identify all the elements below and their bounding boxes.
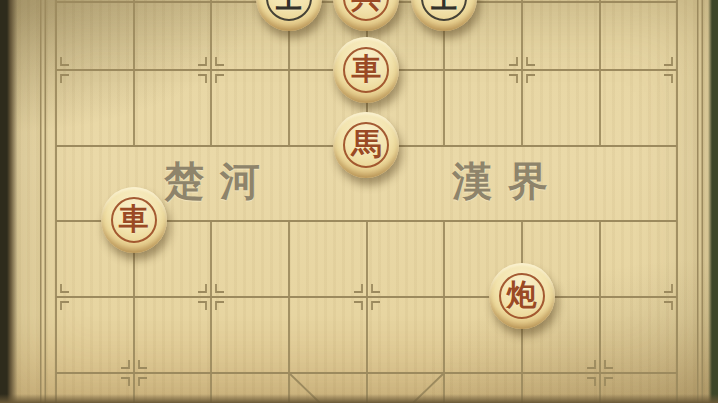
piece-black-advisor-f3[interactable]: 士	[411, 0, 477, 31]
piece-glyph: 車	[119, 204, 149, 234]
piece-glyph: 馬	[351, 129, 381, 159]
piece-red-chariot-b6[interactable]: 車	[101, 187, 167, 253]
xiangqi-board: 楚河 漢界 士兵士車馬車炮	[0, 0, 718, 403]
piece-red-cannon-g7[interactable]: 炮	[489, 263, 555, 329]
piece-glyph: 兵	[351, 0, 381, 12]
piece-glyph: 炮	[507, 280, 537, 310]
piece-black-advisor-d3[interactable]: 士	[256, 0, 322, 31]
piece-layer: 士兵士車馬車炮	[17, 0, 715, 403]
piece-glyph: 士	[429, 0, 459, 12]
piece-red-chariot-e4[interactable]: 車	[333, 37, 399, 103]
piece-red-soldier-e3[interactable]: 兵	[333, 0, 399, 31]
piece-glyph: 車	[351, 54, 381, 84]
piece-red-horse-e5[interactable]: 馬	[333, 112, 399, 178]
piece-glyph: 士	[274, 0, 304, 12]
